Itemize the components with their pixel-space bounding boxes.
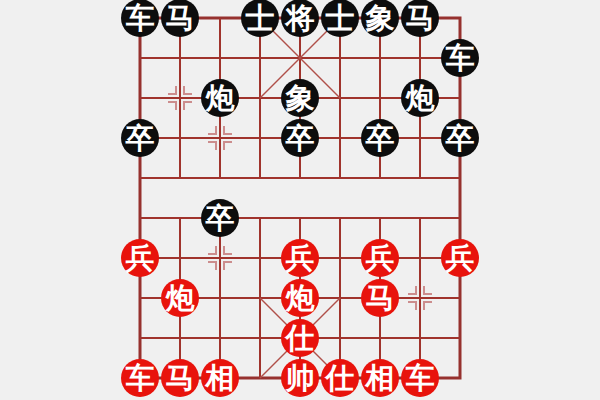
piece-black-elephant[interactable]: 象 bbox=[361, 0, 399, 37]
piece-red-cannon[interactable]: 炮 bbox=[161, 279, 199, 317]
piece-black-soldier[interactable]: 卒 bbox=[201, 199, 239, 237]
piece-black-general[interactable]: 将 bbox=[281, 0, 319, 37]
piece-black-cannon[interactable]: 炮 bbox=[201, 79, 239, 117]
piece-black-horse[interactable]: 马 bbox=[161, 0, 199, 37]
piece-red-elephant[interactable]: 相 bbox=[201, 359, 239, 397]
piece-red-cannon[interactable]: 炮 bbox=[281, 279, 319, 317]
piece-black-soldier[interactable]: 卒 bbox=[361, 119, 399, 157]
piece-red-elephant[interactable]: 相 bbox=[361, 359, 399, 397]
piece-red-advisor[interactable]: 仕 bbox=[281, 319, 319, 357]
piece-black-soldier[interactable]: 卒 bbox=[441, 119, 479, 157]
xiangqi-app: 车马士将士象马车炮象炮卒卒卒卒卒兵兵兵兵炮炮马仕车马相帅仕相车 bbox=[0, 0, 600, 400]
piece-black-cannon[interactable]: 炮 bbox=[401, 79, 439, 117]
piece-red-soldier[interactable]: 兵 bbox=[121, 239, 159, 277]
piece-black-elephant[interactable]: 象 bbox=[281, 79, 319, 117]
piece-red-chariot[interactable]: 车 bbox=[401, 359, 439, 397]
piece-red-advisor[interactable]: 仕 bbox=[321, 359, 359, 397]
piece-red-horse[interactable]: 马 bbox=[161, 359, 199, 397]
piece-black-advisor[interactable]: 士 bbox=[241, 0, 279, 37]
piece-red-soldier[interactable]: 兵 bbox=[361, 239, 399, 277]
piece-red-soldier[interactable]: 兵 bbox=[441, 239, 479, 277]
piece-black-chariot[interactable]: 车 bbox=[441, 39, 479, 77]
piece-red-chariot[interactable]: 车 bbox=[121, 359, 159, 397]
piece-black-advisor[interactable]: 士 bbox=[321, 0, 359, 37]
piece-red-general[interactable]: 帅 bbox=[281, 359, 319, 397]
piece-black-soldier[interactable]: 卒 bbox=[281, 119, 319, 157]
piece-black-soldier[interactable]: 卒 bbox=[121, 119, 159, 157]
piece-black-horse[interactable]: 马 bbox=[401, 0, 439, 37]
piece-red-horse[interactable]: 马 bbox=[361, 279, 399, 317]
piece-red-soldier[interactable]: 兵 bbox=[281, 239, 319, 277]
xiangqi-board[interactable]: 车马士将士象马车炮象炮卒卒卒卒卒兵兵兵兵炮炮马仕车马相帅仕相车 bbox=[120, 0, 480, 398]
piece-black-chariot[interactable]: 车 bbox=[121, 0, 159, 37]
